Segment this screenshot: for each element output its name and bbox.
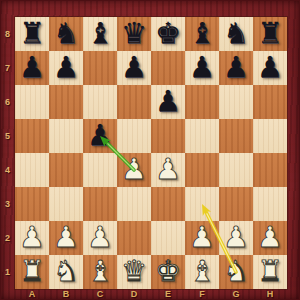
square-f3[interactable] bbox=[185, 187, 219, 221]
square-g1[interactable]: ♞ bbox=[219, 255, 253, 289]
black-pawn-g7[interactable]: ♟ bbox=[219, 51, 253, 85]
square-b4[interactable] bbox=[49, 153, 83, 187]
rank-label-2: 2 bbox=[0, 221, 15, 255]
black-bishop-c8[interactable]: ♝ bbox=[83, 17, 117, 51]
black-bishop-f8[interactable]: ♝ bbox=[185, 17, 219, 51]
black-knight-g8[interactable]: ♞ bbox=[219, 17, 253, 51]
white-pawn-d4[interactable]: ♟ bbox=[117, 153, 151, 187]
square-e6[interactable]: ♟ bbox=[151, 85, 185, 119]
black-rook-a8[interactable]: ♜ bbox=[15, 17, 49, 51]
square-g3[interactable] bbox=[219, 187, 253, 221]
square-a1[interactable]: ♜ bbox=[15, 255, 49, 289]
file-label-a: A bbox=[15, 288, 49, 300]
white-pawn-e4[interactable]: ♟ bbox=[151, 153, 185, 187]
square-h3[interactable] bbox=[253, 187, 287, 221]
square-d2[interactable] bbox=[117, 221, 151, 255]
rank-label-6: 6 bbox=[0, 85, 15, 119]
square-b7[interactable]: ♟ bbox=[49, 51, 83, 85]
square-g5[interactable] bbox=[219, 119, 253, 153]
black-king-e8[interactable]: ♚ bbox=[151, 17, 185, 51]
square-e8[interactable]: ♚ bbox=[151, 17, 185, 51]
square-d7[interactable]: ♟ bbox=[117, 51, 151, 85]
black-pawn-d7[interactable]: ♟ bbox=[117, 51, 151, 85]
square-d3[interactable] bbox=[117, 187, 151, 221]
square-h1[interactable]: ♜ bbox=[253, 255, 287, 289]
rank-label-7: 7 bbox=[0, 51, 15, 85]
file-label-g: G bbox=[219, 288, 253, 300]
chess-board-frame: ♜♞♝♛♚♝♞♜♟♟♟♟♟♟♟♟♟♟♟♟♟♟♟♟♜♞♝♛♚♝♞♜ 8765432… bbox=[0, 0, 300, 300]
square-e7[interactable] bbox=[151, 51, 185, 85]
black-pawn-c5[interactable]: ♟ bbox=[83, 119, 117, 153]
square-c6[interactable] bbox=[83, 85, 117, 119]
black-pawn-a7[interactable]: ♟ bbox=[15, 51, 49, 85]
square-b2[interactable]: ♟ bbox=[49, 221, 83, 255]
rank-label-8: 8 bbox=[0, 17, 15, 51]
black-pawn-b7[interactable]: ♟ bbox=[49, 51, 83, 85]
file-label-b: B bbox=[49, 288, 83, 300]
black-queen-d8[interactable]: ♛ bbox=[117, 17, 151, 51]
square-a3[interactable] bbox=[15, 187, 49, 221]
square-d8[interactable]: ♛ bbox=[117, 17, 151, 51]
rank-label-5: 5 bbox=[0, 119, 15, 153]
square-b6[interactable] bbox=[49, 85, 83, 119]
square-b3[interactable] bbox=[49, 187, 83, 221]
square-d6[interactable] bbox=[117, 85, 151, 119]
square-c3[interactable] bbox=[83, 187, 117, 221]
square-g8[interactable]: ♞ bbox=[219, 17, 253, 51]
file-label-c: C bbox=[83, 288, 117, 300]
square-h6[interactable] bbox=[253, 85, 287, 119]
black-pawn-h7[interactable]: ♟ bbox=[253, 51, 287, 85]
square-f7[interactable]: ♟ bbox=[185, 51, 219, 85]
square-c7[interactable] bbox=[83, 51, 117, 85]
square-f5[interactable] bbox=[185, 119, 219, 153]
square-h7[interactable]: ♟ bbox=[253, 51, 287, 85]
rank-label-1: 1 bbox=[0, 255, 15, 289]
square-e3[interactable] bbox=[151, 187, 185, 221]
square-g4[interactable] bbox=[219, 153, 253, 187]
rank-label-3: 3 bbox=[0, 187, 15, 221]
square-e5[interactable] bbox=[151, 119, 185, 153]
square-b5[interactable] bbox=[49, 119, 83, 153]
square-a7[interactable]: ♟ bbox=[15, 51, 49, 85]
square-c4[interactable] bbox=[83, 153, 117, 187]
white-king-e1[interactable]: ♚ bbox=[151, 255, 185, 289]
square-d4[interactable]: ♟ bbox=[117, 153, 151, 187]
white-rook-a1[interactable]: ♜ bbox=[15, 255, 49, 289]
black-knight-b8[interactable]: ♞ bbox=[49, 17, 83, 51]
square-f6[interactable] bbox=[185, 85, 219, 119]
square-a8[interactable]: ♜ bbox=[15, 17, 49, 51]
black-pawn-f7[interactable]: ♟ bbox=[185, 51, 219, 85]
white-queen-d1[interactable]: ♛ bbox=[117, 255, 151, 289]
square-c1[interactable]: ♝ bbox=[83, 255, 117, 289]
file-label-e: E bbox=[151, 288, 185, 300]
square-d1[interactable]: ♛ bbox=[117, 255, 151, 289]
square-d5[interactable] bbox=[117, 119, 151, 153]
square-h4[interactable] bbox=[253, 153, 287, 187]
square-h5[interactable] bbox=[253, 119, 287, 153]
white-pawn-g2[interactable]: ♟ bbox=[219, 221, 253, 255]
square-g7[interactable]: ♟ bbox=[219, 51, 253, 85]
black-rook-h8[interactable]: ♜ bbox=[253, 17, 287, 51]
square-e1[interactable]: ♚ bbox=[151, 255, 185, 289]
white-bishop-f1[interactable]: ♝ bbox=[185, 255, 219, 289]
white-rook-h1[interactable]: ♜ bbox=[253, 255, 287, 289]
file-label-f: F bbox=[185, 288, 219, 300]
square-f4[interactable] bbox=[185, 153, 219, 187]
square-a6[interactable] bbox=[15, 85, 49, 119]
black-pawn-e6[interactable]: ♟ bbox=[151, 85, 185, 119]
square-f2[interactable]: ♟ bbox=[185, 221, 219, 255]
white-pawn-a2[interactable]: ♟ bbox=[15, 221, 49, 255]
square-c5[interactable]: ♟ bbox=[83, 119, 117, 153]
square-g2[interactable]: ♟ bbox=[219, 221, 253, 255]
square-f1[interactable]: ♝ bbox=[185, 255, 219, 289]
square-a2[interactable]: ♟ bbox=[15, 221, 49, 255]
square-e2[interactable] bbox=[151, 221, 185, 255]
square-b8[interactable]: ♞ bbox=[49, 17, 83, 51]
square-e4[interactable]: ♟ bbox=[151, 153, 185, 187]
white-knight-b1[interactable]: ♞ bbox=[49, 255, 83, 289]
square-c8[interactable]: ♝ bbox=[83, 17, 117, 51]
square-g6[interactable] bbox=[219, 85, 253, 119]
square-a5[interactable] bbox=[15, 119, 49, 153]
rank-label-4: 4 bbox=[0, 153, 15, 187]
square-c2[interactable]: ♟ bbox=[83, 221, 117, 255]
square-h2[interactable]: ♟ bbox=[253, 221, 287, 255]
square-h8[interactable]: ♜ bbox=[253, 17, 287, 51]
square-a4[interactable] bbox=[15, 153, 49, 187]
white-knight-g1[interactable]: ♞ bbox=[219, 255, 253, 289]
white-pawn-c2[interactable]: ♟ bbox=[83, 221, 117, 255]
square-b1[interactable]: ♞ bbox=[49, 255, 83, 289]
file-label-d: D bbox=[117, 288, 151, 300]
chess-board: ♜♞♝♛♚♝♞♜♟♟♟♟♟♟♟♟♟♟♟♟♟♟♟♟♜♞♝♛♚♝♞♜ bbox=[15, 17, 287, 289]
white-pawn-b2[interactable]: ♟ bbox=[49, 221, 83, 255]
file-label-h: H bbox=[253, 288, 287, 300]
white-pawn-h2[interactable]: ♟ bbox=[253, 221, 287, 255]
white-bishop-c1[interactable]: ♝ bbox=[83, 255, 117, 289]
white-pawn-f2[interactable]: ♟ bbox=[185, 221, 219, 255]
square-f8[interactable]: ♝ bbox=[185, 17, 219, 51]
